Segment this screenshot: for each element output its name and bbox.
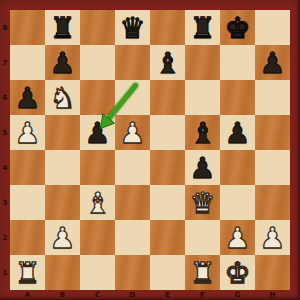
file-label-F: F bbox=[185, 290, 220, 300]
piece-white-K-g1[interactable]: ♚ bbox=[220, 255, 255, 290]
piece-white-P-d5[interactable]: ♟ bbox=[115, 115, 150, 150]
square-a7[interactable] bbox=[10, 45, 45, 80]
square-b7[interactable]: ♟ bbox=[45, 45, 80, 80]
piece-white-P-g2[interactable]: ♟ bbox=[220, 220, 255, 255]
piece-white-R-f1[interactable]: ♜ bbox=[185, 255, 220, 290]
chess-board-screenshot: ♜♛♜♚♟♝♟♟♞♟♟♟♝♟♟♝♛♟♟♟♜♜♚ 87654321ABCDEFGH bbox=[0, 0, 300, 300]
square-e1[interactable] bbox=[150, 255, 185, 290]
square-d6[interactable] bbox=[115, 80, 150, 115]
square-b5[interactable] bbox=[45, 115, 80, 150]
square-d7[interactable] bbox=[115, 45, 150, 80]
square-e4[interactable] bbox=[150, 150, 185, 185]
square-a3[interactable] bbox=[10, 185, 45, 220]
square-c7[interactable] bbox=[80, 45, 115, 80]
piece-black-R-b8[interactable]: ♜ bbox=[45, 10, 80, 45]
square-f4[interactable]: ♟ bbox=[185, 150, 220, 185]
file-label-G: G bbox=[220, 290, 255, 300]
square-a5[interactable]: ♟ bbox=[10, 115, 45, 150]
square-h7[interactable]: ♟ bbox=[255, 45, 290, 80]
file-label-E: E bbox=[150, 290, 185, 300]
rank-label-3: 3 bbox=[0, 185, 10, 220]
square-g7[interactable] bbox=[220, 45, 255, 80]
square-b6[interactable]: ♞ bbox=[45, 80, 80, 115]
piece-black-P-b7[interactable]: ♟ bbox=[45, 45, 80, 80]
square-e6[interactable] bbox=[150, 80, 185, 115]
square-e5[interactable] bbox=[150, 115, 185, 150]
square-e7[interactable]: ♝ bbox=[150, 45, 185, 80]
square-b8[interactable]: ♜ bbox=[45, 10, 80, 45]
piece-black-R-f8[interactable]: ♜ bbox=[185, 10, 220, 45]
piece-black-P-g5[interactable]: ♟ bbox=[220, 115, 255, 150]
piece-black-B-e7[interactable]: ♝ bbox=[150, 45, 185, 80]
piece-white-P-a5[interactable]: ♟ bbox=[10, 115, 45, 150]
piece-black-K-g8[interactable]: ♚ bbox=[220, 10, 255, 45]
file-label-B: B bbox=[45, 290, 80, 300]
square-c8[interactable] bbox=[80, 10, 115, 45]
piece-white-B-c3[interactable]: ♝ bbox=[80, 185, 115, 220]
square-d2[interactable] bbox=[115, 220, 150, 255]
square-g1[interactable]: ♚ bbox=[220, 255, 255, 290]
rank-label-1: 1 bbox=[0, 255, 10, 290]
square-e8[interactable] bbox=[150, 10, 185, 45]
square-b2[interactable]: ♟ bbox=[45, 220, 80, 255]
square-h3[interactable] bbox=[255, 185, 290, 220]
file-label-A: A bbox=[10, 290, 45, 300]
square-a1[interactable]: ♜ bbox=[10, 255, 45, 290]
piece-white-R-a1[interactable]: ♜ bbox=[10, 255, 45, 290]
rank-label-5: 5 bbox=[0, 115, 10, 150]
file-label-C: C bbox=[80, 290, 115, 300]
piece-black-P-a6[interactable]: ♟ bbox=[10, 80, 45, 115]
square-f5[interactable]: ♝ bbox=[185, 115, 220, 150]
square-h6[interactable] bbox=[255, 80, 290, 115]
square-a8[interactable] bbox=[10, 10, 45, 45]
square-c4[interactable] bbox=[80, 150, 115, 185]
square-c3[interactable]: ♝ bbox=[80, 185, 115, 220]
square-g4[interactable] bbox=[220, 150, 255, 185]
piece-white-P-h2[interactable]: ♟ bbox=[255, 220, 290, 255]
piece-white-N-b6[interactable]: ♞ bbox=[45, 80, 80, 115]
square-c5[interactable]: ♟ bbox=[80, 115, 115, 150]
square-d5[interactable]: ♟ bbox=[115, 115, 150, 150]
square-f6[interactable] bbox=[185, 80, 220, 115]
square-c6[interactable] bbox=[80, 80, 115, 115]
square-a6[interactable]: ♟ bbox=[10, 80, 45, 115]
square-d1[interactable] bbox=[115, 255, 150, 290]
file-label-H: H bbox=[255, 290, 290, 300]
square-e2[interactable] bbox=[150, 220, 185, 255]
square-b3[interactable] bbox=[45, 185, 80, 220]
square-h8[interactable] bbox=[255, 10, 290, 45]
piece-white-P-b2[interactable]: ♟ bbox=[45, 220, 80, 255]
square-f3[interactable]: ♛ bbox=[185, 185, 220, 220]
rank-label-4: 4 bbox=[0, 150, 10, 185]
square-c1[interactable] bbox=[80, 255, 115, 290]
square-b4[interactable] bbox=[45, 150, 80, 185]
square-g5[interactable]: ♟ bbox=[220, 115, 255, 150]
square-f1[interactable]: ♜ bbox=[185, 255, 220, 290]
square-g6[interactable] bbox=[220, 80, 255, 115]
square-g3[interactable] bbox=[220, 185, 255, 220]
piece-black-P-f4[interactable]: ♟ bbox=[185, 150, 220, 185]
rank-label-2: 2 bbox=[0, 220, 10, 255]
piece-black-P-h7[interactable]: ♟ bbox=[255, 45, 290, 80]
rank-label-8: 8 bbox=[0, 10, 10, 45]
piece-black-P-c5[interactable]: ♟ bbox=[80, 115, 115, 150]
square-f2[interactable] bbox=[185, 220, 220, 255]
square-f7[interactable] bbox=[185, 45, 220, 80]
square-g2[interactable]: ♟ bbox=[220, 220, 255, 255]
file-label-D: D bbox=[115, 290, 150, 300]
chess-board[interactable]: ♜♛♜♚♟♝♟♟♞♟♟♟♝♟♟♝♛♟♟♟♜♜♚ bbox=[10, 10, 290, 290]
square-h5[interactable] bbox=[255, 115, 290, 150]
square-g8[interactable]: ♚ bbox=[220, 10, 255, 45]
rank-label-6: 6 bbox=[0, 80, 10, 115]
square-b1[interactable] bbox=[45, 255, 80, 290]
square-d3[interactable] bbox=[115, 185, 150, 220]
square-a2[interactable] bbox=[10, 220, 45, 255]
square-h1[interactable] bbox=[255, 255, 290, 290]
piece-black-B-f5[interactable]: ♝ bbox=[185, 115, 220, 150]
square-d8[interactable]: ♛ bbox=[115, 10, 150, 45]
square-h4[interactable] bbox=[255, 150, 290, 185]
square-e3[interactable] bbox=[150, 185, 185, 220]
square-h2[interactable]: ♟ bbox=[255, 220, 290, 255]
square-c2[interactable] bbox=[80, 220, 115, 255]
piece-black-Q-d8[interactable]: ♛ bbox=[115, 10, 150, 45]
square-d4[interactable] bbox=[115, 150, 150, 185]
piece-white-Q-f3[interactable]: ♛ bbox=[185, 185, 220, 220]
rank-label-7: 7 bbox=[0, 45, 10, 80]
square-a4[interactable] bbox=[10, 150, 45, 185]
square-f8[interactable]: ♜ bbox=[185, 10, 220, 45]
